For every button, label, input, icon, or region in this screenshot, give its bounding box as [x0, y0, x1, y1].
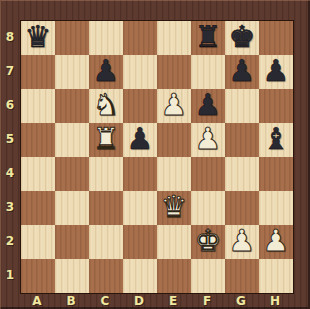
square-a2[interactable] [21, 225, 55, 259]
chess-board: ♛♜♚♟♟♟♞♟♟♜♟♟♝♛♚♟♟ [20, 20, 294, 294]
square-d3[interactable] [123, 191, 157, 225]
black-pawn[interactable]: ♟ [229, 56, 256, 86]
square-b5[interactable] [55, 123, 89, 157]
square-e4[interactable] [157, 157, 191, 191]
square-b3[interactable] [55, 191, 89, 225]
square-f2[interactable]: ♚ [191, 225, 225, 259]
square-c4[interactable] [89, 157, 123, 191]
black-pawn[interactable]: ♟ [195, 90, 222, 120]
square-c3[interactable] [89, 191, 123, 225]
white-rook[interactable]: ♜ [93, 124, 120, 154]
square-h8[interactable] [259, 21, 293, 55]
square-g4[interactable] [225, 157, 259, 191]
square-f1[interactable] [191, 259, 225, 293]
square-g3[interactable] [225, 191, 259, 225]
rank-label-6: 6 [0, 88, 20, 122]
black-rook[interactable]: ♜ [195, 22, 222, 52]
square-a3[interactable] [21, 191, 55, 225]
square-g2[interactable]: ♟ [225, 225, 259, 259]
rank-label-7: 7 [0, 54, 20, 88]
square-f5[interactable]: ♟ [191, 123, 225, 157]
black-bishop[interactable]: ♝ [263, 124, 290, 154]
square-e3[interactable]: ♛ [157, 191, 191, 225]
rank-label-4: 4 [0, 156, 20, 190]
square-b4[interactable] [55, 157, 89, 191]
square-e1[interactable] [157, 259, 191, 293]
file-label-a: A [20, 293, 54, 309]
square-f8[interactable]: ♜ [191, 21, 225, 55]
square-g6[interactable] [225, 89, 259, 123]
chess-board-frame: 87654321 ♛♜♚♟♟♟♞♟♟♜♟♟♝♛♚♟♟ ABCDEFGH [0, 0, 310, 309]
square-f6[interactable]: ♟ [191, 89, 225, 123]
white-king[interactable]: ♚ [195, 226, 222, 256]
square-b2[interactable] [55, 225, 89, 259]
square-d1[interactable] [123, 259, 157, 293]
square-d8[interactable] [123, 21, 157, 55]
square-e6[interactable]: ♟ [157, 89, 191, 123]
square-d6[interactable] [123, 89, 157, 123]
file-labels: ABCDEFGH [20, 293, 292, 309]
file-label-e: E [156, 293, 190, 309]
rank-label-5: 5 [0, 122, 20, 156]
file-label-h: H [258, 293, 292, 309]
white-knight[interactable]: ♞ [93, 90, 120, 120]
square-f7[interactable] [191, 55, 225, 89]
square-a6[interactable] [21, 89, 55, 123]
black-pawn[interactable]: ♟ [93, 56, 120, 86]
square-h4[interactable] [259, 157, 293, 191]
square-e5[interactable] [157, 123, 191, 157]
file-label-f: F [190, 293, 224, 309]
square-g8[interactable]: ♚ [225, 21, 259, 55]
square-d5[interactable]: ♟ [123, 123, 157, 157]
square-e7[interactable] [157, 55, 191, 89]
square-a8[interactable]: ♛ [21, 21, 55, 55]
square-h2[interactable]: ♟ [259, 225, 293, 259]
file-label-g: G [224, 293, 258, 309]
square-c8[interactable] [89, 21, 123, 55]
square-f3[interactable] [191, 191, 225, 225]
rank-label-3: 3 [0, 190, 20, 224]
black-queen[interactable]: ♛ [25, 22, 52, 52]
square-c6[interactable]: ♞ [89, 89, 123, 123]
square-h5[interactable]: ♝ [259, 123, 293, 157]
square-g1[interactable] [225, 259, 259, 293]
white-pawn[interactable]: ♟ [263, 226, 290, 256]
square-h7[interactable]: ♟ [259, 55, 293, 89]
square-b6[interactable] [55, 89, 89, 123]
file-label-b: B [54, 293, 88, 309]
square-b7[interactable] [55, 55, 89, 89]
white-pawn[interactable]: ♟ [195, 124, 222, 154]
square-e2[interactable] [157, 225, 191, 259]
square-f4[interactable] [191, 157, 225, 191]
square-d7[interactable] [123, 55, 157, 89]
white-pawn[interactable]: ♟ [229, 226, 256, 256]
square-a1[interactable] [21, 259, 55, 293]
black-pawn[interactable]: ♟ [263, 56, 290, 86]
square-h6[interactable] [259, 89, 293, 123]
square-a4[interactable] [21, 157, 55, 191]
black-pawn[interactable]: ♟ [127, 124, 154, 154]
file-label-d: D [122, 293, 156, 309]
file-label-c: C [88, 293, 122, 309]
square-c1[interactable] [89, 259, 123, 293]
square-c7[interactable]: ♟ [89, 55, 123, 89]
rank-label-2: 2 [0, 224, 20, 258]
square-h1[interactable] [259, 259, 293, 293]
white-queen[interactable]: ♛ [161, 192, 188, 222]
square-h3[interactable] [259, 191, 293, 225]
white-pawn[interactable]: ♟ [161, 90, 188, 120]
square-e8[interactable] [157, 21, 191, 55]
rank-label-8: 8 [0, 20, 20, 54]
square-g7[interactable]: ♟ [225, 55, 259, 89]
square-d4[interactable] [123, 157, 157, 191]
square-b8[interactable] [55, 21, 89, 55]
black-king[interactable]: ♚ [229, 22, 256, 52]
square-c2[interactable] [89, 225, 123, 259]
square-b1[interactable] [55, 259, 89, 293]
square-d2[interactable] [123, 225, 157, 259]
square-a5[interactable] [21, 123, 55, 157]
rank-labels: 87654321 [0, 20, 20, 292]
square-c5[interactable]: ♜ [89, 123, 123, 157]
square-g5[interactable] [225, 123, 259, 157]
square-a7[interactable] [21, 55, 55, 89]
rank-label-1: 1 [0, 258, 20, 292]
